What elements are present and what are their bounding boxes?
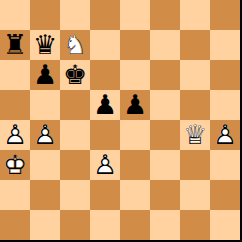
square-e5[interactable]: ♟ <box>120 90 150 120</box>
square-h7[interactable] <box>210 30 240 60</box>
square-e4[interactable] <box>120 120 150 150</box>
piece-black-king[interactable]: ♚ <box>60 60 90 90</box>
piece-black-pawn[interactable]: ♟ <box>30 60 60 90</box>
square-c4[interactable] <box>60 120 90 150</box>
square-d7[interactable] <box>90 30 120 60</box>
square-b3[interactable] <box>30 150 60 180</box>
white-king-outline: ♔ <box>0 150 30 180</box>
square-h3[interactable] <box>210 150 240 180</box>
square-b2[interactable] <box>30 180 60 210</box>
square-f7[interactable] <box>150 30 180 60</box>
square-f8[interactable] <box>150 0 180 30</box>
square-a4[interactable]: ♟♙ <box>0 120 30 150</box>
square-c2[interactable] <box>60 180 90 210</box>
square-g1[interactable] <box>180 210 210 240</box>
square-f3[interactable] <box>150 150 180 180</box>
square-a3[interactable]: ♚♔ <box>0 150 30 180</box>
square-g5[interactable] <box>180 90 210 120</box>
square-g2[interactable] <box>180 180 210 210</box>
square-d5[interactable]: ♟ <box>90 90 120 120</box>
square-e2[interactable] <box>120 180 150 210</box>
square-c7[interactable]: ♞♘ <box>60 30 90 60</box>
white-pawn-outline: ♙ <box>90 150 120 180</box>
square-h5[interactable] <box>210 90 240 120</box>
white-knight-outline: ♘ <box>60 30 90 60</box>
square-f2[interactable] <box>150 180 180 210</box>
square-h8[interactable] <box>210 0 240 30</box>
square-f5[interactable] <box>150 90 180 120</box>
square-f4[interactable] <box>150 120 180 150</box>
square-h6[interactable] <box>210 60 240 90</box>
piece-black-queen[interactable]: ♛ <box>30 30 60 60</box>
piece-white-knight[interactable]: ♞♘ <box>60 30 90 60</box>
square-a8[interactable] <box>0 0 30 30</box>
square-e8[interactable] <box>120 0 150 30</box>
square-a6[interactable] <box>0 60 30 90</box>
square-e3[interactable] <box>120 150 150 180</box>
square-d4[interactable] <box>90 120 120 150</box>
black-queen-glyph: ♛ <box>30 30 60 60</box>
square-a7[interactable]: ♜ <box>0 30 30 60</box>
square-b4[interactable]: ♟♙ <box>30 120 60 150</box>
square-b6[interactable]: ♟ <box>30 60 60 90</box>
piece-white-queen[interactable]: ♛♕ <box>180 120 210 150</box>
square-b8[interactable] <box>30 0 60 30</box>
square-a5[interactable] <box>0 90 30 120</box>
white-queen-outline: ♕ <box>180 120 210 150</box>
piece-black-pawn[interactable]: ♟ <box>120 90 150 120</box>
chess-board: ♜♛♞♘♟♚♟♟♟♙♟♙♛♕♟♙♚♔♟♙ <box>0 0 242 242</box>
square-g6[interactable] <box>180 60 210 90</box>
square-g8[interactable] <box>180 0 210 30</box>
black-king-glyph: ♚ <box>60 60 90 90</box>
square-d8[interactable] <box>90 0 120 30</box>
piece-black-pawn[interactable]: ♟ <box>90 90 120 120</box>
square-c1[interactable] <box>60 210 90 240</box>
square-g4[interactable]: ♛♕ <box>180 120 210 150</box>
square-g7[interactable] <box>180 30 210 60</box>
square-a2[interactable] <box>0 180 30 210</box>
black-pawn-glyph: ♟ <box>90 90 120 120</box>
black-pawn-glyph: ♟ <box>120 90 150 120</box>
square-e6[interactable] <box>120 60 150 90</box>
square-h2[interactable] <box>210 180 240 210</box>
square-c3[interactable] <box>60 150 90 180</box>
square-d6[interactable] <box>90 60 120 90</box>
square-e1[interactable] <box>120 210 150 240</box>
white-pawn-outline: ♙ <box>30 120 60 150</box>
square-c5[interactable] <box>60 90 90 120</box>
square-a1[interactable] <box>0 210 30 240</box>
square-f1[interactable] <box>150 210 180 240</box>
square-f6[interactable] <box>150 60 180 90</box>
square-e7[interactable] <box>120 30 150 60</box>
square-b7[interactable]: ♛ <box>30 30 60 60</box>
piece-white-king[interactable]: ♚♔ <box>0 150 30 180</box>
square-d1[interactable] <box>90 210 120 240</box>
square-g3[interactable] <box>180 150 210 180</box>
piece-white-pawn[interactable]: ♟♙ <box>90 150 120 180</box>
piece-white-pawn[interactable]: ♟♙ <box>210 120 240 150</box>
square-d3[interactable]: ♟♙ <box>90 150 120 180</box>
square-b1[interactable] <box>30 210 60 240</box>
piece-black-rook[interactable]: ♜ <box>0 30 30 60</box>
black-pawn-glyph: ♟ <box>30 60 60 90</box>
piece-white-pawn[interactable]: ♟♙ <box>0 120 30 150</box>
black-rook-glyph: ♜ <box>0 30 30 60</box>
square-h1[interactable] <box>210 210 240 240</box>
white-pawn-outline: ♙ <box>0 120 30 150</box>
square-c6[interactable]: ♚ <box>60 60 90 90</box>
square-h4[interactable]: ♟♙ <box>210 120 240 150</box>
square-b5[interactable] <box>30 90 60 120</box>
piece-white-pawn[interactable]: ♟♙ <box>30 120 60 150</box>
square-d2[interactable] <box>90 180 120 210</box>
white-pawn-outline: ♙ <box>210 120 240 150</box>
square-c8[interactable] <box>60 0 90 30</box>
